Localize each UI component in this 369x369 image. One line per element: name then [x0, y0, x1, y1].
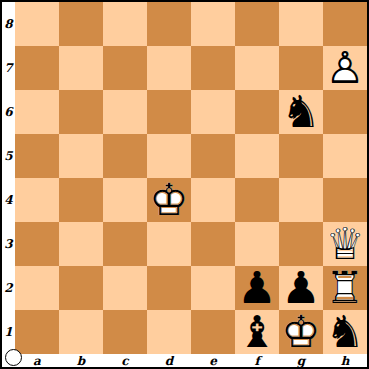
- square-b7[interactable]: [59, 46, 103, 90]
- rank-label-3: 3: [2, 222, 15, 266]
- square-a7[interactable]: [15, 46, 59, 90]
- square-h6[interactable]: [323, 90, 367, 134]
- piece-white-rook[interactable]: ♜♖: [323, 266, 367, 310]
- square-e2[interactable]: [191, 266, 235, 310]
- square-g8[interactable]: [279, 2, 323, 46]
- square-h3[interactable]: ♛♕: [323, 222, 367, 266]
- square-f2[interactable]: ♟: [235, 266, 279, 310]
- square-c3[interactable]: [103, 222, 147, 266]
- square-a5[interactable]: [15, 134, 59, 178]
- square-h2[interactable]: ♜♖: [323, 266, 367, 310]
- square-h5[interactable]: [323, 134, 367, 178]
- square-g1[interactable]: ♚♔: [279, 310, 323, 354]
- square-f8[interactable]: [235, 2, 279, 46]
- square-h8[interactable]: [323, 2, 367, 46]
- square-f7[interactable]: [235, 46, 279, 90]
- piece-black-pawn[interactable]: ♟: [279, 266, 323, 310]
- square-c8[interactable]: [103, 2, 147, 46]
- square-b3[interactable]: [59, 222, 103, 266]
- square-g6[interactable]: ♞: [279, 90, 323, 134]
- square-c5[interactable]: [103, 134, 147, 178]
- square-h7[interactable]: ♟♙: [323, 46, 367, 90]
- piece-black-knight[interactable]: ♞: [323, 310, 367, 354]
- rank-label-7: 7: [2, 46, 15, 90]
- square-b8[interactable]: [59, 2, 103, 46]
- piece-white-pawn[interactable]: ♟♙: [323, 46, 367, 90]
- square-d3[interactable]: [147, 222, 191, 266]
- knight-glyph: ♞: [281, 90, 320, 134]
- rank-label-6: 6: [2, 90, 15, 134]
- bishop-glyph: ♝: [237, 310, 276, 354]
- square-g7[interactable]: [279, 46, 323, 90]
- square-f5[interactable]: [235, 134, 279, 178]
- file-label-c: c: [103, 354, 147, 367]
- square-b1[interactable]: [59, 310, 103, 354]
- square-c1[interactable]: [103, 310, 147, 354]
- rank-label-8: 8: [2, 2, 15, 46]
- square-e3[interactable]: [191, 222, 235, 266]
- piece-white-king[interactable]: ♚♔: [279, 310, 323, 354]
- square-a2[interactable]: [15, 266, 59, 310]
- square-c2[interactable]: [103, 266, 147, 310]
- square-d5[interactable]: [147, 134, 191, 178]
- rook-outline-glyph: ♖: [325, 266, 364, 310]
- rank-labels: 87654321: [2, 2, 15, 354]
- chess-diagram: 87654321 ♟♙♞♚♔♛♕♟♟♜♖♝♚♔♞ abcdefgh: [0, 0, 369, 369]
- king-outline-glyph: ♔: [281, 310, 320, 354]
- square-g2[interactable]: ♟: [279, 266, 323, 310]
- piece-white-king[interactable]: ♚♔: [147, 178, 191, 222]
- chess-board[interactable]: ♟♙♞♚♔♛♕♟♟♜♖♝♚♔♞: [15, 2, 367, 354]
- square-d2[interactable]: [147, 266, 191, 310]
- pawn-outline-glyph: ♙: [325, 46, 364, 90]
- square-g4[interactable]: [279, 178, 323, 222]
- rank-label-5: 5: [2, 134, 15, 178]
- file-label-g: g: [279, 354, 323, 367]
- rank-label-2: 2: [2, 266, 15, 310]
- square-d4[interactable]: ♚♔: [147, 178, 191, 222]
- square-c7[interactable]: [103, 46, 147, 90]
- square-a4[interactable]: [15, 178, 59, 222]
- file-label-b: b: [59, 354, 103, 367]
- file-label-h: h: [323, 354, 367, 367]
- square-e5[interactable]: [191, 134, 235, 178]
- piece-white-queen[interactable]: ♛♕: [323, 222, 367, 266]
- square-f3[interactable]: [235, 222, 279, 266]
- square-d8[interactable]: [147, 2, 191, 46]
- pawn-glyph: ♟: [281, 266, 320, 310]
- square-e7[interactable]: [191, 46, 235, 90]
- square-f6[interactable]: [235, 90, 279, 134]
- square-c4[interactable]: [103, 178, 147, 222]
- square-e6[interactable]: [191, 90, 235, 134]
- square-a6[interactable]: [15, 90, 59, 134]
- square-g5[interactable]: [279, 134, 323, 178]
- square-a8[interactable]: [15, 2, 59, 46]
- file-labels: abcdefgh: [15, 354, 367, 367]
- square-a1[interactable]: [15, 310, 59, 354]
- file-label-f: f: [235, 354, 279, 367]
- square-d7[interactable]: [147, 46, 191, 90]
- square-f4[interactable]: [235, 178, 279, 222]
- square-a3[interactable]: [15, 222, 59, 266]
- king-outline-glyph: ♔: [149, 178, 188, 222]
- square-g3[interactable]: [279, 222, 323, 266]
- square-h1[interactable]: ♞: [323, 310, 367, 354]
- square-h4[interactable]: [323, 178, 367, 222]
- square-e1[interactable]: [191, 310, 235, 354]
- piece-black-knight[interactable]: ♞: [279, 90, 323, 134]
- rank-label-4: 4: [2, 178, 15, 222]
- square-b2[interactable]: [59, 266, 103, 310]
- knight-glyph: ♞: [325, 310, 364, 354]
- queen-outline-glyph: ♕: [325, 222, 364, 266]
- file-label-e: e: [191, 354, 235, 367]
- pawn-glyph: ♟: [237, 266, 276, 310]
- square-e8[interactable]: [191, 2, 235, 46]
- file-label-d: d: [147, 354, 191, 367]
- square-f1[interactable]: ♝: [235, 310, 279, 354]
- square-d6[interactable]: [147, 90, 191, 134]
- square-e4[interactable]: [191, 178, 235, 222]
- rank-label-1: 1: [2, 310, 15, 354]
- square-b6[interactable]: [59, 90, 103, 134]
- side-to-move-indicator: [5, 349, 22, 366]
- piece-black-pawn[interactable]: ♟: [235, 266, 279, 310]
- piece-black-bishop[interactable]: ♝: [235, 310, 279, 354]
- square-d1[interactable]: [147, 310, 191, 354]
- square-b5[interactable]: [59, 134, 103, 178]
- square-c6[interactable]: [103, 90, 147, 134]
- square-b4[interactable]: [59, 178, 103, 222]
